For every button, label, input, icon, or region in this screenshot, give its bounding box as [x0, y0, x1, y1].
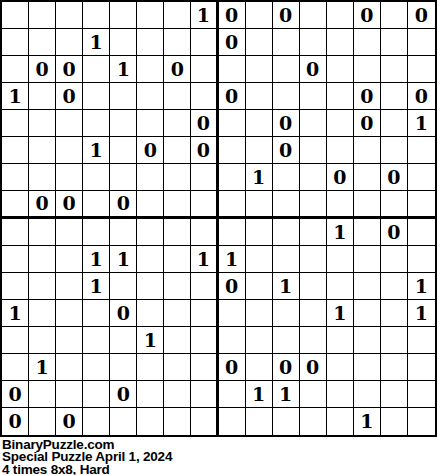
cell-r6c4: 1 [83, 137, 110, 164]
cell-r13c8[interactable] [191, 327, 218, 354]
cell-r14c2: 1 [29, 354, 56, 381]
cell-r3c9[interactable] [219, 56, 246, 83]
cell-r7c15: 0 [381, 164, 408, 191]
cell-r9c7[interactable] [164, 219, 191, 246]
cell-r7c14[interactable] [354, 164, 381, 191]
cell-r11c5[interactable] [110, 273, 137, 300]
cell-r15c10: 1 [246, 381, 273, 408]
cell-r3c10[interactable] [246, 56, 273, 83]
cell-r15c9[interactable] [219, 381, 246, 408]
cell-r5c12[interactable] [300, 110, 327, 137]
cell-r5c9[interactable] [219, 110, 246, 137]
cell-r11c4: 1 [83, 273, 110, 300]
cell-r4c8[interactable] [191, 83, 218, 110]
cell-r14c7[interactable] [164, 354, 191, 381]
cell-r1c9: 0 [219, 2, 246, 29]
cell-r15c12[interactable] [300, 381, 327, 408]
cell-r5c2[interactable] [29, 110, 56, 137]
cell-r16c6[interactable] [137, 408, 164, 435]
cell-r4c7[interactable] [164, 83, 191, 110]
cell-r6c6: 0 [137, 137, 164, 164]
cell-r3c1[interactable] [2, 56, 29, 83]
cell-r15c7[interactable] [164, 381, 191, 408]
cell-r5c8: 0 [191, 110, 218, 137]
cell-r7c4[interactable] [83, 164, 110, 191]
cell-r5c1[interactable] [2, 110, 29, 137]
cell-r9c1[interactable] [2, 219, 29, 246]
cell-r1c7[interactable] [164, 2, 191, 29]
cell-r8c11[interactable] [273, 191, 300, 218]
cell-r14c10[interactable] [246, 354, 273, 381]
cell-r13c16[interactable] [408, 327, 435, 354]
cell-r13c14[interactable] [354, 327, 381, 354]
cell-r13c10[interactable] [246, 327, 273, 354]
cell-r15c16[interactable] [408, 381, 435, 408]
cell-r11c15[interactable] [381, 273, 408, 300]
cell-r14c4[interactable] [83, 354, 110, 381]
cell-r12c12[interactable] [300, 300, 327, 327]
cell-r9c16[interactable] [408, 219, 435, 246]
cell-r12c9[interactable] [219, 300, 246, 327]
puzzle-spec: 4 times 8x8, Hard [2, 464, 437, 475]
cell-r8c5: 0 [110, 191, 137, 218]
cell-r5c16: 1 [408, 110, 435, 137]
cell-r13c13[interactable] [327, 327, 354, 354]
cell-r2c16[interactable] [408, 29, 435, 56]
cell-r11c3[interactable] [56, 273, 83, 300]
cell-r6c10[interactable] [246, 137, 273, 164]
cell-r4c10[interactable] [246, 83, 273, 110]
cell-r13c12[interactable] [300, 327, 327, 354]
cell-r5c14: 0 [354, 110, 381, 137]
cell-r16c10[interactable] [246, 408, 273, 435]
cell-r6c15[interactable] [381, 137, 408, 164]
cell-r16c7[interactable] [164, 408, 191, 435]
cell-r2c1[interactable] [2, 29, 29, 56]
cell-r8c7[interactable] [164, 191, 191, 218]
page: 1000010001001000000011000100000101111101… [0, 0, 437, 475]
cell-r1c5[interactable] [110, 2, 137, 29]
cell-r16c12[interactable] [300, 408, 327, 435]
cell-r14c15[interactable] [381, 354, 408, 381]
cell-r13c9[interactable] [219, 327, 246, 354]
cell-r16c4[interactable] [83, 408, 110, 435]
cell-r5c3[interactable] [56, 110, 83, 137]
cell-r10c16[interactable] [408, 246, 435, 273]
cell-r14c14[interactable] [354, 354, 381, 381]
cell-r14c5[interactable] [110, 354, 137, 381]
cell-r2c15[interactable] [381, 29, 408, 56]
cell-r8c4[interactable] [83, 191, 110, 218]
cell-r2c9: 0 [219, 29, 246, 56]
cell-r3c13[interactable] [327, 56, 354, 83]
cell-r5c15[interactable] [381, 110, 408, 137]
cell-r4c3: 0 [56, 83, 83, 110]
cell-r5c11: 0 [273, 110, 300, 137]
cell-r15c11: 1 [273, 381, 300, 408]
cell-r11c11: 1 [273, 273, 300, 300]
cell-r13c5[interactable] [110, 327, 137, 354]
cell-r1c10[interactable] [246, 2, 273, 29]
cell-r16c14: 1 [354, 408, 381, 435]
cell-r3c8[interactable] [191, 56, 218, 83]
cell-r7c3[interactable] [56, 164, 83, 191]
cell-r1c3[interactable] [56, 2, 83, 29]
cell-r3c7: 0 [164, 56, 191, 83]
cell-r13c11[interactable] [273, 327, 300, 354]
cell-r14c13[interactable] [327, 354, 354, 381]
cell-r7c8[interactable] [191, 164, 218, 191]
cell-r6c8: 0 [191, 137, 218, 164]
cell-r10c1[interactable] [2, 246, 29, 273]
cell-r2c4: 1 [83, 29, 110, 56]
footer: BinaryPuzzle.com Special Puzzle April 1,… [0, 437, 437, 475]
cell-r6c12[interactable] [300, 137, 327, 164]
cell-r13c15[interactable] [381, 327, 408, 354]
cell-r15c8[interactable] [191, 381, 218, 408]
cell-r16c3: 0 [56, 408, 83, 435]
cell-r12c3[interactable] [56, 300, 83, 327]
cell-r5c7[interactable] [164, 110, 191, 137]
cell-r3c16[interactable] [408, 56, 435, 83]
cell-r2c2[interactable] [29, 29, 56, 56]
cell-r12c7[interactable] [164, 300, 191, 327]
cell-r11c13[interactable] [327, 273, 354, 300]
cell-r6c11: 0 [273, 137, 300, 164]
cell-r15c13[interactable] [327, 381, 354, 408]
cell-r6c5[interactable] [110, 137, 137, 164]
cell-r9c5[interactable] [110, 219, 137, 246]
cell-r14c6[interactable] [137, 354, 164, 381]
cell-r7c6[interactable] [137, 164, 164, 191]
cell-r14c12: 0 [300, 354, 327, 381]
cell-r3c6[interactable] [137, 56, 164, 83]
cell-r3c15[interactable] [381, 56, 408, 83]
cell-r11c7[interactable] [164, 273, 191, 300]
cell-r6c14[interactable] [354, 137, 381, 164]
cell-r7c13: 0 [327, 164, 354, 191]
cell-r16c15[interactable] [381, 408, 408, 435]
cell-r8c9[interactable] [219, 191, 246, 218]
cell-r9c14[interactable] [354, 219, 381, 246]
cell-r11c9: 0 [219, 273, 246, 300]
cell-r16c8[interactable] [191, 408, 218, 435]
cell-r11c14[interactable] [354, 273, 381, 300]
cell-r5c13[interactable] [327, 110, 354, 137]
cell-r10c11[interactable] [273, 246, 300, 273]
cell-r10c7[interactable] [164, 246, 191, 273]
cell-r9c12[interactable] [300, 219, 327, 246]
cell-r6c13[interactable] [327, 137, 354, 164]
cell-r7c16[interactable] [408, 164, 435, 191]
cell-r10c14[interactable] [354, 246, 381, 273]
cell-r1c12[interactable] [300, 2, 327, 29]
cell-r9c8[interactable] [191, 219, 218, 246]
cell-r1c14: 0 [354, 2, 381, 29]
cell-r16c2[interactable] [29, 408, 56, 435]
cell-r7c12[interactable] [300, 164, 327, 191]
cell-r2c7[interactable] [164, 29, 191, 56]
cell-r9c6[interactable] [137, 219, 164, 246]
cell-r10c9: 1 [219, 246, 246, 273]
cell-r13c4[interactable] [83, 327, 110, 354]
cell-r8c12[interactable] [300, 191, 327, 218]
cell-r4c6[interactable] [137, 83, 164, 110]
cell-r11c6[interactable] [137, 273, 164, 300]
cell-r15c6[interactable] [137, 381, 164, 408]
cell-r2c11[interactable] [273, 29, 300, 56]
cell-r10c3[interactable] [56, 246, 83, 273]
cell-r9c10[interactable] [246, 219, 273, 246]
cell-r9c2[interactable] [29, 219, 56, 246]
cell-r15c14[interactable] [354, 381, 381, 408]
cell-r4c4[interactable] [83, 83, 110, 110]
cell-r16c1: 0 [2, 408, 29, 435]
cell-r4c2[interactable] [29, 83, 56, 110]
cell-r11c16: 1 [408, 273, 435, 300]
cell-r15c3[interactable] [56, 381, 83, 408]
cell-r7c11[interactable] [273, 164, 300, 191]
cell-r12c13: 1 [327, 300, 354, 327]
cell-r3c5: 1 [110, 56, 137, 83]
cell-r2c14[interactable] [354, 29, 381, 56]
cell-r10c10[interactable] [246, 246, 273, 273]
cell-r15c1: 0 [2, 381, 29, 408]
cell-r9c13: 1 [327, 219, 354, 246]
cell-r2c6[interactable] [137, 29, 164, 56]
cell-r8c14[interactable] [354, 191, 381, 218]
cell-r13c1[interactable] [2, 327, 29, 354]
cell-r7c7[interactable] [164, 164, 191, 191]
cell-r15c15[interactable] [381, 381, 408, 408]
cell-r8c1[interactable] [2, 191, 29, 218]
cell-r10c5: 1 [110, 246, 137, 273]
cell-r3c12: 0 [300, 56, 327, 83]
cell-r4c15[interactable] [381, 83, 408, 110]
cell-r10c4: 1 [83, 246, 110, 273]
cell-r12c6[interactable] [137, 300, 164, 327]
cell-r12c8[interactable] [191, 300, 218, 327]
cell-r10c8: 1 [191, 246, 218, 273]
cell-r2c10[interactable] [246, 29, 273, 56]
cell-r12c1: 1 [2, 300, 29, 327]
cell-r7c9[interactable] [219, 164, 246, 191]
cell-r13c2[interactable] [29, 327, 56, 354]
cell-r15c4[interactable] [83, 381, 110, 408]
cell-r4c1: 1 [2, 83, 29, 110]
cell-r7c5[interactable] [110, 164, 137, 191]
cell-r10c15[interactable] [381, 246, 408, 273]
cell-r2c12[interactable] [300, 29, 327, 56]
cell-r4c5[interactable] [110, 83, 137, 110]
cell-r4c12[interactable] [300, 83, 327, 110]
cell-r1c4[interactable] [83, 2, 110, 29]
cell-r8c16[interactable] [408, 191, 435, 218]
cell-r16c9[interactable] [219, 408, 246, 435]
cell-r2c13[interactable] [327, 29, 354, 56]
cell-r9c11[interactable] [273, 219, 300, 246]
cell-r1c16: 0 [408, 2, 435, 29]
cell-r8c13[interactable] [327, 191, 354, 218]
cell-r13c6: 1 [137, 327, 164, 354]
cell-r11c1[interactable] [2, 273, 29, 300]
cell-r12c11[interactable] [273, 300, 300, 327]
cell-r4c13[interactable] [327, 83, 354, 110]
cell-r14c1[interactable] [2, 354, 29, 381]
cell-r2c5[interactable] [110, 29, 137, 56]
cell-r10c13[interactable] [327, 246, 354, 273]
cell-r14c11: 0 [273, 354, 300, 381]
cell-r11c8[interactable] [191, 273, 218, 300]
cell-r5c10[interactable] [246, 110, 273, 137]
cell-r6c7[interactable] [164, 137, 191, 164]
cell-r2c8[interactable] [191, 29, 218, 56]
cell-r6c16[interactable] [408, 137, 435, 164]
cell-r13c3[interactable] [56, 327, 83, 354]
cell-r2c3[interactable] [56, 29, 83, 56]
cell-r7c1[interactable] [2, 164, 29, 191]
cell-r4c16: 0 [408, 83, 435, 110]
cell-r10c2[interactable] [29, 246, 56, 273]
cell-r12c2[interactable] [29, 300, 56, 327]
cell-r5c6[interactable] [137, 110, 164, 137]
cell-r16c5[interactable] [110, 408, 137, 435]
cell-r4c9: 0 [219, 83, 246, 110]
cell-r1c1[interactable] [2, 2, 29, 29]
cell-r16c16[interactable] [408, 408, 435, 435]
cell-r4c11[interactable] [273, 83, 300, 110]
cell-r8c15[interactable] [381, 191, 408, 218]
cell-r6c2[interactable] [29, 137, 56, 164]
cell-r3c4[interactable] [83, 56, 110, 83]
cell-r11c12[interactable] [300, 273, 327, 300]
cell-r14c16[interactable] [408, 354, 435, 381]
cell-r3c3: 0 [56, 56, 83, 83]
cell-r8c3: 0 [56, 191, 83, 218]
cell-r8c8[interactable] [191, 191, 218, 218]
cell-r9c4[interactable] [83, 219, 110, 246]
cell-r6c3[interactable] [56, 137, 83, 164]
cell-r1c8: 1 [191, 2, 218, 29]
cell-r9c15: 0 [381, 219, 408, 246]
cell-r7c10: 1 [246, 164, 273, 191]
cell-r5c4[interactable] [83, 110, 110, 137]
cell-r14c8[interactable] [191, 354, 218, 381]
cell-r10c12[interactable] [300, 246, 327, 273]
cell-r3c11[interactable] [273, 56, 300, 83]
cell-r14c9: 0 [219, 354, 246, 381]
cell-r13c7[interactable] [164, 327, 191, 354]
cell-r14c3[interactable] [56, 354, 83, 381]
cell-r12c16: 1 [408, 300, 435, 327]
cell-r16c13[interactable] [327, 408, 354, 435]
cell-r15c2[interactable] [29, 381, 56, 408]
cell-r3c2: 0 [29, 56, 56, 83]
cell-r16c11[interactable] [273, 408, 300, 435]
cell-r3c14[interactable] [354, 56, 381, 83]
cell-r12c5: 0 [110, 300, 137, 327]
cell-r8c2: 0 [29, 191, 56, 218]
cell-r1c6[interactable] [137, 2, 164, 29]
cell-r12c15[interactable] [381, 300, 408, 327]
cell-r12c4[interactable] [83, 300, 110, 327]
cell-r11c2[interactable] [29, 273, 56, 300]
cell-r1c15[interactable] [381, 2, 408, 29]
cell-r9c3[interactable] [56, 219, 83, 246]
cell-r6c9[interactable] [219, 137, 246, 164]
cell-r1c11: 0 [273, 2, 300, 29]
cell-r12c10[interactable] [246, 300, 273, 327]
cell-r15c5: 0 [110, 381, 137, 408]
cell-r12c14[interactable] [354, 300, 381, 327]
cell-r1c2[interactable] [29, 2, 56, 29]
cell-r11c10[interactable] [246, 273, 273, 300]
cell-r4c14: 0 [354, 83, 381, 110]
binary-puzzle-board: 1000010001001000000011000100000101111101… [0, 0, 437, 437]
cell-r9c9[interactable] [219, 219, 246, 246]
cell-r10c6[interactable] [137, 246, 164, 273]
cell-r7c2[interactable] [29, 164, 56, 191]
cell-r6c1[interactable] [2, 137, 29, 164]
cell-r5c5[interactable] [110, 110, 137, 137]
cell-r8c10[interactable] [246, 191, 273, 218]
cell-r1c13[interactable] [327, 2, 354, 29]
cell-r8c6[interactable] [137, 191, 164, 218]
